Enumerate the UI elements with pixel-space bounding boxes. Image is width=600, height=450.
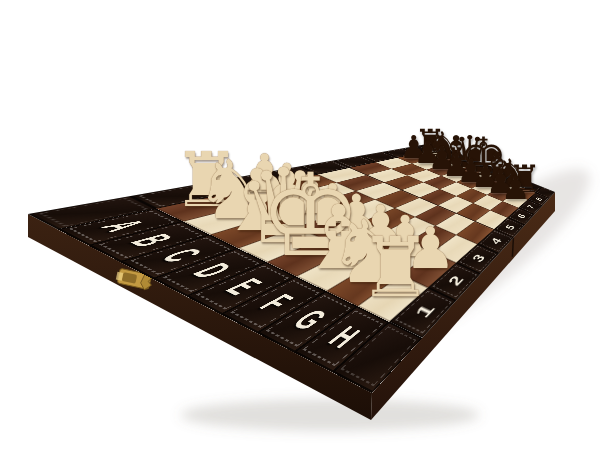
rank-label-6: 6 (516, 213, 528, 220)
rank-label-1: 1 (412, 302, 438, 320)
rank-label-5: 5 (504, 223, 517, 231)
rank-label-7: 7 (526, 204, 537, 210)
chess-set-photo: 87654321ABCDEFGH ♜♞♝♛♚♝♞♜♟♟♟♟♟♟♟♟♟♟♟♟♟♟♟… (0, 0, 600, 450)
rank-label-2: 2 (445, 274, 466, 288)
rank-label-3: 3 (470, 253, 488, 264)
cast-shadow (180, 399, 480, 431)
side-fold-seam (512, 238, 513, 257)
rank-label-8: 8 (534, 196, 544, 201)
rank-label-4: 4 (489, 236, 504, 245)
